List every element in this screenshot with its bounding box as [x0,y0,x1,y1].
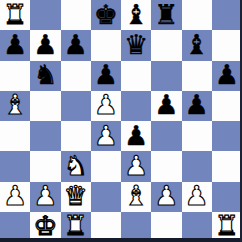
square-b6[interactable]: ♞ [30,61,60,91]
piece-black-rook-f8[interactable]: ♜ [154,1,178,28]
piece-black-pawn-d6[interactable]: ♟ [94,61,118,88]
square-b4[interactable] [30,121,60,151]
square-g2[interactable]: ♟ [182,182,212,212]
piece-black-king-d8[interactable]: ♚ [94,1,118,28]
piece-black-knight-b6[interactable]: ♞ [33,61,57,88]
board-bottom-edge [0,238,242,242]
piece-black-pawn-f5[interactable]: ♟ [154,91,178,118]
square-e7[interactable]: ♛ [121,30,151,60]
square-g5[interactable]: ♟ [182,91,212,121]
square-d4[interactable]: ♟ [91,121,121,151]
square-c2[interactable]: ♛ [61,182,91,212]
piece-white-pawn-g2[interactable]: ♟ [185,182,209,209]
square-a4[interactable] [0,121,30,151]
square-c5[interactable] [61,91,91,121]
piece-white-pawn-e3[interactable]: ♟ [124,152,148,179]
square-c7[interactable]: ♟ [61,30,91,60]
square-b3[interactable] [30,151,60,181]
square-h4[interactable] [212,121,242,151]
square-f7[interactable] [151,30,181,60]
square-h8[interactable] [212,0,242,30]
square-e3[interactable]: ♟ [121,151,151,181]
piece-black-pawn-h6[interactable]: ♟ [215,61,239,88]
piece-black-bishop-e8[interactable]: ♝ [124,1,148,28]
square-d2[interactable] [91,182,121,212]
square-e2[interactable]: ♝ [121,182,151,212]
piece-black-pawn-e4[interactable]: ♟ [124,122,148,149]
square-a3[interactable] [0,151,30,181]
piece-white-rook-c1[interactable]: ♜ [64,212,88,239]
chess-board: ♜♚♝♜♟♟♟♛♝♞♟♟♝♟♟♟♟♟♞♟♟♟♛♝♟♟♚♜♜ [0,0,242,242]
square-h5[interactable] [212,91,242,121]
square-f4[interactable] [151,121,181,151]
square-f3[interactable] [151,151,181,181]
piece-black-bishop-g7[interactable]: ♝ [185,31,209,58]
square-c8[interactable] [61,0,91,30]
square-c4[interactable] [61,121,91,151]
piece-white-rook-h1[interactable]: ♜ [215,212,239,239]
square-a6[interactable] [0,61,30,91]
piece-black-queen-e7[interactable]: ♛ [124,31,148,58]
square-a5[interactable]: ♝ [0,91,30,121]
piece-white-bishop-e2[interactable]: ♝ [124,182,148,209]
square-h7[interactable] [212,30,242,60]
piece-white-knight-c3[interactable]: ♞ [64,152,88,179]
square-b7[interactable]: ♟ [30,30,60,60]
square-a7[interactable]: ♟ [0,30,30,60]
piece-white-pawn-f2[interactable]: ♟ [154,182,178,209]
square-g7[interactable]: ♝ [182,30,212,60]
piece-white-pawn-d5[interactable]: ♟ [94,91,118,118]
piece-black-pawn-b7[interactable]: ♟ [33,31,57,58]
square-e4[interactable]: ♟ [121,121,151,151]
piece-white-pawn-d4[interactable]: ♟ [94,122,118,149]
square-e5[interactable] [121,91,151,121]
square-b5[interactable] [30,91,60,121]
piece-white-rook-a8[interactable]: ♜ [3,1,27,28]
chess-board-wrap: ♜♚♝♜♟♟♟♛♝♞♟♟♝♟♟♟♟♟♞♟♟♟♛♝♟♟♚♜♜ [0,0,242,242]
square-b2[interactable]: ♟ [30,182,60,212]
piece-white-pawn-b2[interactable]: ♟ [33,182,57,209]
piece-white-pawn-a2[interactable]: ♟ [3,182,27,209]
square-d8[interactable]: ♚ [91,0,121,30]
square-b8[interactable] [30,0,60,30]
board-right-edge [240,0,242,242]
square-f8[interactable]: ♜ [151,0,181,30]
square-d3[interactable] [91,151,121,181]
piece-white-king-b1[interactable]: ♚ [33,212,57,239]
square-f5[interactable]: ♟ [151,91,181,121]
piece-black-pawn-g5[interactable]: ♟ [185,91,209,118]
square-f2[interactable]: ♟ [151,182,181,212]
square-a8[interactable]: ♜ [0,0,30,30]
square-h2[interactable] [212,182,242,212]
square-e8[interactable]: ♝ [121,0,151,30]
square-d5[interactable]: ♟ [91,91,121,121]
piece-black-pawn-c7[interactable]: ♟ [64,31,88,58]
square-g4[interactable] [182,121,212,151]
square-d6[interactable]: ♟ [91,61,121,91]
square-c6[interactable] [61,61,91,91]
square-c3[interactable]: ♞ [61,151,91,181]
square-g6[interactable] [182,61,212,91]
square-h6[interactable]: ♟ [212,61,242,91]
piece-white-bishop-a5[interactable]: ♝ [3,91,27,118]
square-f6[interactable] [151,61,181,91]
square-g3[interactable] [182,151,212,181]
square-g8[interactable] [182,0,212,30]
square-h3[interactable] [212,151,242,181]
piece-black-pawn-a7[interactable]: ♟ [3,31,27,58]
square-d7[interactable] [91,30,121,60]
square-a2[interactable]: ♟ [0,182,30,212]
square-e6[interactable] [121,61,151,91]
piece-white-queen-c2[interactable]: ♛ [64,182,88,209]
